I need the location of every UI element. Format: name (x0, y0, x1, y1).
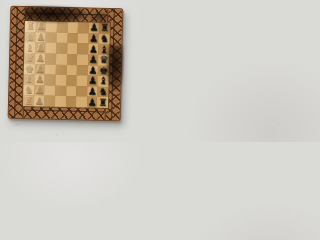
board-square: ♟ (35, 32, 46, 43)
board-square (77, 65, 88, 76)
board-square (67, 22, 78, 33)
board-square (45, 75, 56, 86)
board-grid: ♜♟♟♜♞♟♟♞♝♟♟♝♛♟♟♛♚♟♟♚♝♟♟♝♞♟♟♞♜♟♟♜ (23, 21, 110, 108)
board-square (45, 64, 56, 75)
board-square (78, 22, 89, 33)
board-square (65, 96, 76, 107)
chess-piece-wP: ♟ (34, 85, 45, 96)
board-square (56, 64, 67, 75)
board-square: ♟ (34, 85, 45, 96)
board-square (66, 65, 77, 76)
board-square (67, 43, 78, 54)
board-square (55, 75, 66, 86)
board-square (46, 22, 57, 33)
board-square (67, 33, 78, 44)
board-square (78, 33, 89, 44)
board-square (44, 85, 55, 96)
board-square (66, 75, 77, 86)
board-square (77, 54, 88, 65)
board-square: ♟ (87, 86, 98, 97)
board-square (57, 22, 68, 33)
board-square: ♞ (98, 87, 109, 98)
board-square: ♜ (23, 95, 34, 106)
board-square: ♟ (87, 97, 98, 108)
board-square: ♞ (23, 85, 34, 96)
board-square: ♞ (99, 33, 110, 44)
board-square (77, 44, 88, 55)
board-square (46, 32, 57, 43)
chess-piece-wN: ♞ (23, 85, 34, 96)
chess-piece-wN: ♞ (25, 32, 36, 43)
board-square (76, 86, 87, 97)
board-square (44, 96, 55, 107)
board-square (56, 32, 67, 43)
board-square: ♜ (97, 97, 108, 108)
board-square (76, 97, 87, 108)
board-square (66, 54, 77, 65)
board-square (55, 86, 66, 97)
board-square (45, 53, 56, 64)
chess-piece-wP: ♟ (34, 96, 45, 107)
chess-piece-bP: ♟ (87, 86, 98, 97)
chess-piece-bP: ♟ (88, 33, 99, 44)
board-square (55, 96, 66, 107)
board-square: ♞ (25, 32, 36, 43)
board-square (77, 75, 88, 86)
chess-piece-bN: ♞ (98, 87, 109, 98)
chess-board: ♜♟♟♜♞♟♟♞♝♟♟♝♛♟♟♛♚♟♟♚♝♟♟♝♞♟♟♞♜♟♟♜ (8, 6, 124, 122)
chess-piece-wP: ♟ (35, 32, 46, 43)
board-square (56, 43, 67, 54)
chess-piece-wR: ♜ (23, 95, 34, 106)
chess-piece-bN: ♞ (99, 33, 110, 44)
board-square (45, 43, 56, 54)
chess-piece-bP: ♟ (87, 97, 98, 108)
board-square (66, 86, 77, 97)
board-square (56, 54, 67, 65)
chess-piece-bR: ♜ (97, 97, 108, 108)
board-square: ♟ (88, 33, 99, 44)
board-square: ♟ (34, 96, 45, 107)
